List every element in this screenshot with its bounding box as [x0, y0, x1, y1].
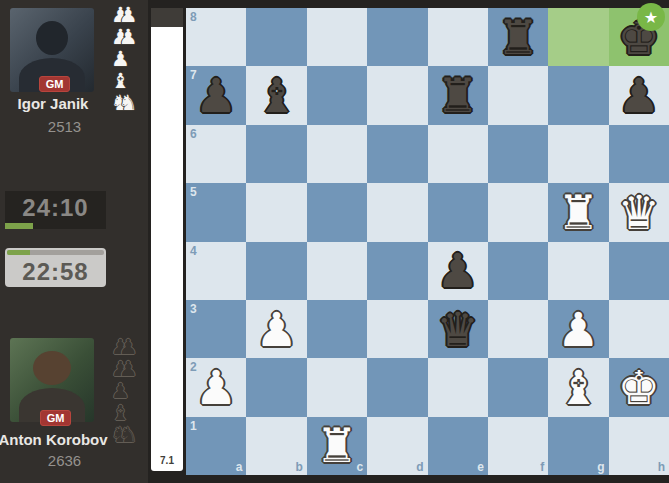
piece-white-king[interactable]: ♚	[618, 364, 660, 411]
square-g5[interactable]: ♜	[548, 183, 608, 241]
captured-group: ♞♞	[111, 424, 147, 446]
square-f2[interactable]	[488, 358, 548, 416]
player-bottom-rating: 2636	[48, 452, 81, 469]
square-f5[interactable]	[488, 183, 548, 241]
player-top-rating: 2513	[48, 118, 81, 135]
clock-top-progress-fill	[5, 223, 33, 229]
square-a2[interactable]: 2♟	[186, 358, 246, 416]
square-f7[interactable]	[488, 66, 548, 124]
piece-black-rook[interactable]: ♜	[437, 72, 479, 119]
file-label-e: e	[477, 461, 484, 473]
square-f6[interactable]	[488, 125, 548, 183]
square-f4[interactable]	[488, 242, 548, 300]
square-d1[interactable]: d	[367, 417, 427, 475]
captured-group: ♟♟	[111, 336, 147, 358]
square-f8[interactable]: ♜	[488, 8, 548, 66]
captured-group: ♝	[111, 70, 147, 92]
square-d3[interactable]	[367, 300, 427, 358]
square-h7[interactable]: ♟	[609, 66, 669, 124]
piece-white-bishop[interactable]: ♝	[557, 364, 599, 411]
rank-label-8: 8	[190, 11, 197, 23]
square-b6[interactable]	[246, 125, 306, 183]
square-e7[interactable]: ♜	[428, 66, 488, 124]
captured-group: ♟	[111, 380, 147, 402]
piece-white-pawn[interactable]: ♟	[557, 306, 599, 353]
clock-bottom-progressbar	[7, 250, 104, 255]
piece-white-pawn[interactable]: ♟	[255, 306, 297, 353]
square-h4[interactable]	[609, 242, 669, 300]
square-f1[interactable]: f	[488, 417, 548, 475]
piece-black-pawn[interactable]: ♟	[437, 247, 479, 294]
square-b2[interactable]	[246, 358, 306, 416]
square-a6[interactable]: 6	[186, 125, 246, 183]
captured-group: ♝	[111, 402, 147, 424]
player-top-title-badge: GM	[39, 76, 70, 92]
square-c2[interactable]	[307, 358, 367, 416]
square-b5[interactable]	[246, 183, 306, 241]
square-g4[interactable]	[548, 242, 608, 300]
square-b1[interactable]: b	[246, 417, 306, 475]
square-e3[interactable]: ♛	[428, 300, 488, 358]
square-a1[interactable]: 1a	[186, 417, 246, 475]
piece-black-queen[interactable]: ♛	[437, 306, 479, 353]
square-c4[interactable]	[307, 242, 367, 300]
square-g6[interactable]	[548, 125, 608, 183]
captured-group: ♟	[111, 48, 147, 70]
piece-black-pawn[interactable]: ♟	[618, 72, 660, 119]
rank-label-6: 6	[190, 128, 197, 140]
file-label-f: f	[540, 461, 544, 473]
captured-group: ♟♟	[111, 26, 147, 48]
square-c6[interactable]	[307, 125, 367, 183]
player-top-rating-row: 2513	[0, 118, 108, 135]
square-e5[interactable]	[428, 183, 488, 241]
square-b7[interactable]: ♝	[246, 66, 306, 124]
square-f3[interactable]	[488, 300, 548, 358]
square-e6[interactable]	[428, 125, 488, 183]
square-a4[interactable]: 4	[186, 242, 246, 300]
captured-group: ♞♞	[111, 92, 147, 114]
clock-top-time: 24:10	[5, 191, 106, 225]
captured-tray-top: ♟♟♟♟♟♝♞♞	[111, 4, 147, 114]
square-d6[interactable]	[367, 125, 427, 183]
square-e2[interactable]	[428, 358, 488, 416]
eval-score: 7.1	[151, 455, 183, 466]
square-c5[interactable]	[307, 183, 367, 241]
player-bottom-title-badge: GM	[40, 410, 71, 426]
game-page: GM Igor Janik 2513 ♟♟♟♟♟♝♞♞ 24:10 22:58 …	[0, 0, 669, 483]
square-b8[interactable]	[246, 8, 306, 66]
eval-bar-black-segment	[151, 8, 183, 27]
file-label-a: a	[236, 461, 243, 473]
piece-black-pawn[interactable]: ♟	[195, 72, 237, 119]
square-h1[interactable]: h	[609, 417, 669, 475]
piece-black-bishop[interactable]: ♝	[255, 72, 297, 119]
file-label-g: g	[597, 461, 604, 473]
square-c8[interactable]	[307, 8, 367, 66]
file-label-d: d	[416, 461, 423, 473]
square-d8[interactable]	[367, 8, 427, 66]
avatar-silhouette	[36, 21, 68, 55]
piece-white-queen[interactable]: ♛	[618, 189, 660, 236]
square-h8[interactable]: ♚★	[609, 8, 669, 66]
square-d2[interactable]	[367, 358, 427, 416]
rank-label-5: 5	[190, 186, 197, 198]
clock-bottom: 22:58	[5, 248, 106, 287]
square-g8[interactable]	[548, 8, 608, 66]
square-a5[interactable]: 5	[186, 183, 246, 241]
square-a7[interactable]: 7♟	[186, 66, 246, 124]
file-label-b: b	[295, 461, 302, 473]
avatar-silhouette	[33, 351, 71, 385]
square-d4[interactable]	[367, 242, 427, 300]
square-e8[interactable]	[428, 8, 488, 66]
clock-top-progressbar	[5, 223, 106, 229]
square-h5[interactable]: ♛	[609, 183, 669, 241]
square-a3[interactable]: 3	[186, 300, 246, 358]
rank-label-3: 3	[190, 303, 197, 315]
square-h6[interactable]	[609, 125, 669, 183]
star-badge-icon: ★	[637, 3, 665, 31]
square-e4[interactable]: ♟	[428, 242, 488, 300]
piece-white-pawn[interactable]: ♟	[195, 364, 237, 411]
piece-black-rook[interactable]: ♜	[497, 14, 539, 61]
square-g1[interactable]: g	[548, 417, 608, 475]
captured-group: ♟♟	[111, 4, 147, 26]
square-g7[interactable]	[548, 66, 608, 124]
player-bottom-rating-row: 2636	[0, 452, 108, 469]
chess-board: 8♜♚★7♟♝♜♟65♜♛4♟3♟♛♟2♟♝♚1abc♜defgh	[186, 8, 669, 475]
file-label-h: h	[658, 461, 665, 473]
square-d7[interactable]	[367, 66, 427, 124]
clock-bottom-progress-fill	[7, 250, 30, 255]
square-g3[interactable]: ♟	[548, 300, 608, 358]
ukraine-flag-icon	[25, 455, 43, 467]
square-e1[interactable]: e	[428, 417, 488, 475]
rank-label-1: 1	[190, 420, 197, 432]
sidebar: GM Igor Janik 2513 ♟♟♟♟♟♝♞♞ 24:10 22:58 …	[0, 0, 148, 483]
square-c7[interactable]	[307, 66, 367, 124]
piece-white-rook[interactable]: ♜	[557, 189, 599, 236]
captured-group: ♟♟	[111, 358, 147, 380]
square-g2[interactable]: ♝	[548, 358, 608, 416]
rank-label-4: 4	[190, 245, 197, 257]
player-top-name[interactable]: Igor Janik	[0, 95, 108, 112]
square-b3[interactable]: ♟	[246, 300, 306, 358]
square-h2[interactable]: ♚	[609, 358, 669, 416]
square-c3[interactable]	[307, 300, 367, 358]
captured-tray-bottom: ♟♟♟♟♟♝♞♞	[111, 336, 147, 446]
poland-flag-icon	[25, 121, 43, 133]
eval-bar: 7.1	[151, 8, 183, 471]
piece-white-rook[interactable]: ♜	[316, 422, 358, 469]
clock-top: 24:10	[5, 191, 106, 229]
square-c1[interactable]: c♜	[307, 417, 367, 475]
square-d5[interactable]	[367, 183, 427, 241]
square-h3[interactable]	[609, 300, 669, 358]
square-b4[interactable]	[246, 242, 306, 300]
square-a8[interactable]: 8	[186, 8, 246, 66]
player-bottom-name[interactable]: Anton Korobov	[0, 431, 108, 448]
